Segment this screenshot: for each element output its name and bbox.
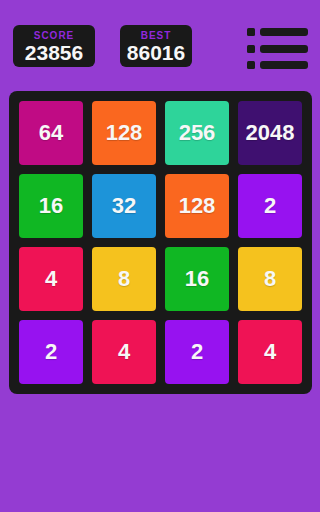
list-menu-icon [247, 28, 308, 36]
tile-4: 4 [238, 320, 302, 384]
app-screen: SCORE 23856 BEST 86016 64128256204816321… [0, 0, 320, 512]
tile-4: 4 [19, 247, 83, 311]
tile-256: 256 [165, 101, 229, 165]
menu-bar-icon [260, 28, 308, 36]
menu-bullet-icon [247, 45, 255, 53]
list-menu-icon [247, 45, 308, 53]
tile-128: 128 [92, 101, 156, 165]
score-label: SCORE [34, 30, 75, 41]
tile-2: 2 [165, 320, 229, 384]
score-box: SCORE 23856 [13, 25, 95, 67]
best-value: 86016 [127, 41, 185, 64]
best-box: BEST 86016 [120, 25, 192, 67]
menu-bar-icon [260, 61, 308, 69]
tile-2: 2 [238, 174, 302, 238]
tile-16: 16 [19, 174, 83, 238]
tile-4: 4 [92, 320, 156, 384]
tile-128: 128 [165, 174, 229, 238]
list-menu-icon [247, 61, 308, 69]
menu-button[interactable] [247, 28, 308, 69]
tile-16: 16 [165, 247, 229, 311]
menu-bullet-icon [247, 61, 255, 69]
menu-bar-icon [260, 45, 308, 53]
tile-64: 64 [19, 101, 83, 165]
best-label: BEST [141, 30, 172, 41]
score-value: 23856 [25, 41, 83, 64]
game-board[interactable]: 64128256204816321282481682424 [9, 91, 312, 394]
tile-2048: 2048 [238, 101, 302, 165]
tile-32: 32 [92, 174, 156, 238]
menu-bullet-icon [247, 28, 255, 36]
tile-8: 8 [92, 247, 156, 311]
tile-2: 2 [19, 320, 83, 384]
tile-8: 8 [238, 247, 302, 311]
